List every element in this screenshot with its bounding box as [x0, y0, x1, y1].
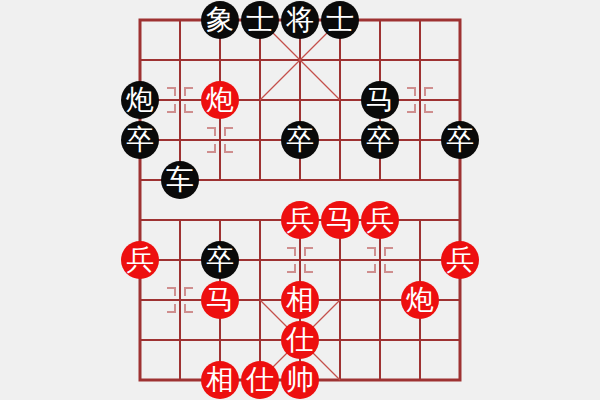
star-point-corner — [167, 104, 176, 113]
star-point-corner — [304, 247, 313, 256]
xiangqi-board[interactable]: 象士将士炮马卒卒卒卒车卒炮兵马兵兵兵马相炮仕相仕帅 — [120, 0, 480, 400]
star-point-corner — [184, 87, 193, 96]
star-point-corner — [367, 264, 376, 273]
piece-red-horse[interactable]: 马 — [321, 201, 359, 239]
star-point-corner — [207, 144, 216, 153]
piece-red-soldier[interactable]: 兵 — [121, 241, 159, 279]
piece-red-cannon[interactable]: 炮 — [401, 281, 439, 319]
star-point-corner — [367, 247, 376, 256]
piece-black-horse[interactable]: 马 — [361, 81, 399, 119]
piece-red-soldier[interactable]: 兵 — [281, 201, 319, 239]
star-point-corner — [184, 287, 193, 296]
star-point-corner — [407, 87, 416, 96]
star-point-corner — [384, 247, 393, 256]
piece-black-soldier[interactable]: 卒 — [201, 241, 239, 279]
piece-black-advisor[interactable]: 士 — [321, 1, 359, 39]
piece-black-soldier[interactable]: 卒 — [361, 121, 399, 159]
piece-black-cannon[interactable]: 炮 — [121, 81, 159, 119]
star-point-marker — [366, 246, 394, 274]
star-point-corner — [167, 87, 176, 96]
star-point-marker — [286, 246, 314, 274]
star-point-corner — [167, 287, 176, 296]
piece-red-soldier[interactable]: 兵 — [441, 241, 479, 279]
star-point-marker — [406, 86, 434, 114]
piece-red-soldier[interactable]: 兵 — [361, 201, 399, 239]
star-point-corner — [424, 87, 433, 96]
star-point-corner — [224, 127, 233, 136]
star-point-marker — [206, 126, 234, 154]
xiangqi-app: 象士将士炮马卒卒卒卒车卒炮兵马兵兵兵马相炮仕相仕帅 — [0, 0, 600, 400]
star-point-corner — [424, 104, 433, 113]
star-point-corner — [167, 304, 176, 313]
piece-red-cannon[interactable]: 炮 — [201, 81, 239, 119]
star-point-corner — [304, 264, 313, 273]
piece-red-elephant[interactable]: 相 — [281, 281, 319, 319]
piece-black-chariot[interactable]: 车 — [161, 161, 199, 199]
piece-red-general[interactable]: 帅 — [281, 361, 319, 399]
piece-black-advisor[interactable]: 士 — [241, 1, 279, 39]
piece-black-general[interactable]: 将 — [281, 1, 319, 39]
star-point-corner — [184, 304, 193, 313]
star-point-corner — [287, 264, 296, 273]
star-point-corner — [407, 104, 416, 113]
piece-red-advisor[interactable]: 仕 — [281, 321, 319, 359]
star-point-marker — [166, 286, 194, 314]
piece-black-soldier[interactable]: 卒 — [441, 121, 479, 159]
star-point-corner — [207, 127, 216, 136]
star-point-corner — [287, 247, 296, 256]
piece-black-elephant[interactable]: 象 — [201, 1, 239, 39]
piece-red-advisor[interactable]: 仕 — [241, 361, 279, 399]
star-point-corner — [184, 104, 193, 113]
piece-red-horse[interactable]: 马 — [201, 281, 239, 319]
piece-black-soldier[interactable]: 卒 — [121, 121, 159, 159]
star-point-corner — [224, 144, 233, 153]
star-point-corner — [384, 264, 393, 273]
star-point-marker — [166, 86, 194, 114]
piece-black-soldier[interactable]: 卒 — [281, 121, 319, 159]
piece-red-elephant[interactable]: 相 — [201, 361, 239, 399]
